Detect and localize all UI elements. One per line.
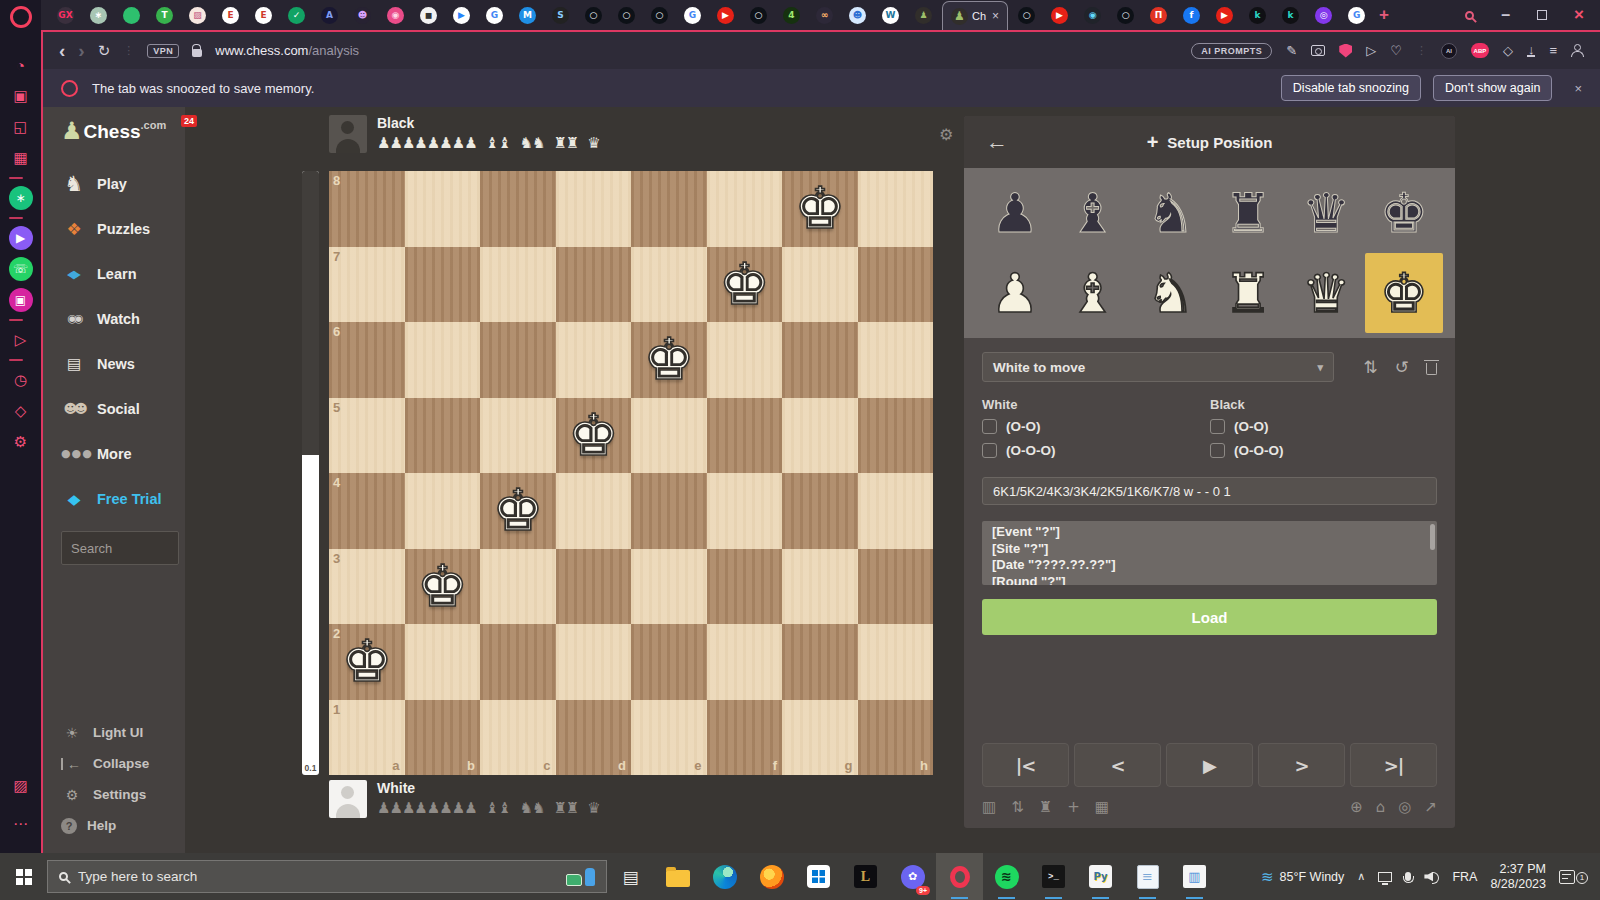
file-label: a: [392, 758, 399, 773]
tab-a[interactable]: A: [313, 0, 346, 30]
tab-e2[interactable]: E: [247, 0, 280, 30]
square-d4[interactable]: [556, 473, 632, 549]
whatsapp-icon[interactable]: ☏: [9, 257, 33, 281]
window-close-button[interactable]: ×: [1574, 5, 1584, 25]
square-e1[interactable]: e: [631, 700, 707, 776]
square-b7[interactable]: [405, 247, 481, 323]
weather-widget[interactable]: ≋85°F Windy: [1261, 868, 1344, 886]
sidebar-item-settings[interactable]: ⚙Settings: [61, 779, 149, 810]
square-c6[interactable]: [480, 322, 556, 398]
taskbar-app-spotify[interactable]: ≋: [983, 853, 1030, 900]
square-h7[interactable]: [858, 247, 934, 323]
tab-check-icon: ✓: [288, 7, 305, 24]
white-castling-label: White: [982, 397, 1210, 412]
square-d1[interactable]: d: [556, 700, 632, 776]
pgn-textarea[interactable]: [Event "?"][Site "?"][Date "????.??.??"]…: [982, 521, 1437, 585]
square-h4[interactable]: [858, 473, 934, 549]
tab-react-icon: ◉: [1084, 7, 1101, 24]
clear-board-trash-icon[interactable]: [1426, 363, 1437, 375]
edge-icon: [713, 865, 737, 889]
tab-gx-games-icon: GX: [57, 7, 74, 24]
captured-group: ♜♜: [553, 799, 578, 817]
captured-group: ♝♝: [486, 799, 511, 817]
messenger-icon[interactable]: ▶: [9, 226, 33, 250]
square-f3[interactable]: [707, 549, 783, 625]
opera-sidebar: ◔▣◱▦∗▶☏▣▷◷◇⚙ ▨⋯: [0, 0, 41, 853]
address-bar[interactable]: www.chess.com/analysis: [215, 43, 359, 58]
extension-cube-icon[interactable]: ◇: [1503, 43, 1513, 58]
nav-next-button[interactable]: >: [1258, 743, 1345, 787]
captured-group: ♞♞: [519, 799, 544, 817]
tab-person[interactable]: ☻: [346, 0, 379, 30]
tab-google[interactable]: G: [478, 0, 511, 30]
square-f5[interactable]: [707, 398, 783, 474]
tab-google3[interactable]: G: [1340, 0, 1373, 30]
tab-chatgpt-icon: ∗: [90, 7, 107, 24]
tab-github2[interactable]: ○: [610, 0, 643, 30]
tab-chesscom-icon: ♟: [915, 7, 932, 24]
square-d5[interactable]: ♚: [556, 398, 632, 474]
tab-t-icon: T: [156, 7, 173, 24]
tab-yt-music-icon: ▶: [1216, 7, 1233, 24]
turn-dropdown[interactable]: White to move ▾: [982, 352, 1334, 382]
pgn-scrollbar[interactable]: [1430, 524, 1435, 550]
flip-board-icon[interactable]: ⇅: [1011, 798, 1024, 816]
square-a1[interactable]: 1a: [329, 700, 405, 776]
sidebar-item-label: Play: [97, 176, 127, 192]
history-icon[interactable]: ◷: [9, 368, 33, 392]
sidebar-item-social[interactable]: ☻☻Social: [61, 386, 185, 431]
square-a7[interactable]: 7: [329, 247, 405, 323]
square-f4[interactable]: [707, 473, 783, 549]
tab-mj[interactable]: M: [511, 0, 544, 30]
square-g8[interactable]: ♚: [782, 171, 858, 247]
sidebar-item-learn[interactable]: ◆Learn: [61, 251, 185, 296]
taskbar-app-opera[interactable]: [936, 853, 983, 900]
square-g3[interactable]: [782, 549, 858, 625]
tab-green-icon: [123, 7, 140, 24]
file-label: e: [694, 758, 701, 773]
palette-black-queen[interactable]: ♛: [1287, 173, 1365, 253]
palette-white-king[interactable]: ♚: [1365, 253, 1443, 333]
taskbar-app-edge[interactable]: [701, 853, 748, 900]
palette-white-bishop[interactable]: ♝: [1054, 253, 1132, 333]
square-h5[interactable]: [858, 398, 934, 474]
tab-wordpress-icon: W: [882, 7, 899, 24]
palette-white-queen[interactable]: ♛: [1287, 253, 1365, 333]
tab-check[interactable]: ✓: [280, 0, 313, 30]
palette-black-bishop[interactable]: ♝: [1054, 173, 1132, 253]
reset-board-icon[interactable]: ↺: [1395, 357, 1409, 377]
palette-black-knight[interactable]: ♞: [1132, 173, 1210, 253]
tab-react[interactable]: ◉: [1076, 0, 1109, 30]
rank-label: 5: [333, 400, 340, 415]
tab-github1[interactable]: ○: [577, 0, 610, 30]
load-button[interactable]: Load: [982, 599, 1437, 635]
sidebar-item-watch[interactable]: ◉◉Watch: [61, 296, 185, 341]
evaluation-black-portion: [302, 171, 319, 455]
tab-dribbble[interactable]: ◉: [379, 0, 412, 30]
black-kingside-checkbox[interactable]: [1210, 419, 1225, 434]
tab-facebook-icon: f: [1183, 7, 1200, 24]
square-e4[interactable]: [631, 473, 707, 549]
white-king[interactable]: ♚: [329, 624, 405, 700]
black-avatar[interactable]: [329, 115, 367, 153]
square-f8[interactable]: [707, 171, 783, 247]
vpn-shield-icon[interactable]: [1339, 44, 1352, 58]
tab-youtube[interactable]: ▶: [709, 0, 742, 30]
tab-chesscom[interactable]: ♟: [907, 0, 940, 30]
palette-white-knight[interactable]: ♞: [1132, 253, 1210, 333]
tab-youtube2-icon: ▶: [1051, 7, 1068, 24]
tab-green[interactable]: [115, 0, 148, 30]
notepad-icon: ≡: [1137, 865, 1159, 889]
fen-input[interactable]: [982, 477, 1437, 505]
tab-github3[interactable]: ○: [643, 0, 676, 30]
square-e3[interactable]: [631, 549, 707, 625]
tab-google-icon: G: [486, 7, 503, 24]
file-label: b: [467, 758, 475, 773]
square-a6[interactable]: 6: [329, 322, 405, 398]
ai-extension-icon[interactable]: AI: [1441, 43, 1457, 59]
black-queenside-checkbox[interactable]: [1210, 443, 1225, 458]
chesscom-logo[interactable]: ♟ Chess .com 24: [61, 119, 185, 145]
watch-icon: ◉◉: [61, 312, 87, 325]
square-h3[interactable]: [858, 549, 934, 625]
square-c1[interactable]: c: [480, 700, 556, 776]
tab-kick1[interactable]: k: [1241, 0, 1274, 30]
disable-tab-snoozing-button[interactable]: Disable tab snoozing: [1281, 75, 1421, 101]
badge: 9+: [916, 886, 930, 895]
square-a2[interactable]: 2♚: [329, 624, 405, 700]
square-b3[interactable]: ♚: [405, 549, 481, 625]
start-button[interactable]: [0, 853, 47, 900]
toolbar-divider: ⋮: [1416, 44, 1427, 57]
square-h1[interactable]: h: [858, 700, 934, 776]
tab-e1[interactable]: E: [214, 0, 247, 30]
clock[interactable]: 2:37 PM8/28/2023: [1490, 862, 1546, 892]
square-d8[interactable]: [556, 171, 632, 247]
tab-github6[interactable]: ○: [1109, 0, 1142, 30]
toolbar-divider: ⋮: [123, 44, 134, 57]
taskbar-app-discord[interactable]: ✿9+: [889, 853, 936, 900]
chess-board[interactable]: 8♚7♚6♚5♚4♚3♚2♚1abcdefgh: [329, 171, 933, 775]
maximize-button[interactable]: [1537, 10, 1547, 20]
tab-github4[interactable]: ○: [742, 0, 775, 30]
free-trial-icon: ◆: [61, 491, 87, 507]
instagram-icon[interactable]: ▣: [9, 288, 33, 312]
reload-button[interactable]: ↻: [98, 42, 111, 60]
opera-logo-icon[interactable]: [10, 6, 32, 28]
panels-icon[interactable]: ≡: [1549, 43, 1557, 58]
favorites-heart-icon[interactable]: ♡: [1390, 43, 1402, 58]
file-label: c: [543, 758, 550, 773]
tab-facebook[interactable]: f: [1175, 0, 1208, 30]
square-a4[interactable]: 4: [329, 473, 405, 549]
nav-last-button[interactable]: >|: [1350, 743, 1437, 787]
taskbar-app-taskmgr[interactable]: ▥: [1171, 853, 1218, 900]
pgn-line: [Site "?"]: [992, 541, 1427, 558]
explorer-icon[interactable]: ⌂: [1376, 798, 1386, 816]
ai-prompts-button[interactable]: AI PROMPTS: [1191, 43, 1272, 59]
zoom-icon[interactable]: ⊕: [1350, 798, 1363, 816]
practice-icon[interactable]: ◎: [1398, 798, 1411, 816]
tab-wordpress[interactable]: W: [874, 0, 907, 30]
taskbar-app-notepad[interactable]: ≡: [1124, 853, 1171, 900]
tab-t[interactable]: T: [148, 0, 181, 30]
white-king[interactable]: ♚: [480, 473, 556, 549]
square-b4[interactable]: [405, 473, 481, 549]
square-d3[interactable]: [556, 549, 632, 625]
file-label: g: [845, 758, 853, 773]
square-d2[interactable]: [556, 624, 632, 700]
back-arrow-icon[interactable]: ←: [986, 129, 1008, 155]
chesscom-pawn-icon: ♟: [951, 8, 968, 25]
square-e6[interactable]: ♚: [631, 322, 707, 398]
discord-icon: ✿: [901, 865, 925, 889]
sidebar-item-label: News: [97, 356, 135, 372]
tab-google2[interactable]: G: [676, 0, 709, 30]
dont-show-again-button[interactable]: Don't show again: [1433, 75, 1553, 101]
profile-icon[interactable]: [1571, 44, 1584, 57]
taskbar-app-python[interactable]: Py: [1077, 853, 1124, 900]
board-editor-icon[interactable]: ▦: [1095, 798, 1109, 816]
search-icon: [59, 872, 68, 881]
square-f7[interactable]: ♚: [707, 247, 783, 323]
white-king[interactable]: ♚: [707, 247, 783, 323]
file-label: h: [920, 758, 928, 773]
learn-icon: ◆: [61, 267, 87, 280]
white-captured-pieces: ♟♟♟♟♟♟♟♟♝♝♞♞♜♜♛: [377, 799, 609, 817]
search-box-art: [566, 868, 595, 886]
square-a5[interactable]: 5: [329, 398, 405, 474]
sidebar-item-collapse[interactable]: ←Collapse: [61, 748, 149, 779]
square-g7[interactable]: [782, 247, 858, 323]
dropdown-caret-icon: ▾: [1317, 361, 1323, 374]
sidebar-item-play[interactable]: ♞Play: [61, 161, 185, 206]
taskmgr-icon: ▥: [1183, 865, 1206, 888]
share-icon[interactable]: ↗: [1424, 798, 1437, 816]
tab-kick1-icon: k: [1249, 7, 1266, 24]
tab-s[interactable]: S: [544, 0, 577, 30]
square-e2[interactable]: [631, 624, 707, 700]
add-icon[interactable]: +: [1067, 798, 1080, 816]
square-b1[interactable]: b: [405, 700, 481, 776]
sidebar-item-label: Collapse: [93, 756, 149, 771]
nav-play-button[interactable]: ▶: [1166, 743, 1253, 787]
square-h2[interactable]: [858, 624, 934, 700]
palette-black-rook[interactable]: ♜: [1209, 173, 1287, 253]
tab-search-icon[interactable]: [1465, 11, 1474, 20]
plus-icon: +: [1147, 131, 1159, 154]
white-kingside-checkbox[interactable]: [982, 419, 997, 434]
square-f1[interactable]: f: [707, 700, 783, 776]
social-icon: ☻☻: [61, 401, 87, 416]
captured-group: ♟♟♟♟♟♟♟♟: [377, 799, 477, 817]
square-g2[interactable]: [782, 624, 858, 700]
square-c3[interactable]: [480, 549, 556, 625]
sidebar-item-news[interactable]: ▤News: [61, 341, 185, 386]
white-king[interactable]: ♚: [782, 171, 858, 247]
tab-person-blue[interactable]: ☻: [841, 0, 874, 30]
sidebar-item-more[interactable]: ●●●More: [61, 431, 185, 476]
send-icon[interactable]: ▷: [1366, 43, 1376, 58]
square-f2[interactable]: [707, 624, 783, 700]
white-avatar[interactable]: [329, 780, 367, 818]
language-indicator[interactable]: FRA: [1452, 870, 1477, 884]
square-b5[interactable]: [405, 398, 481, 474]
square-f6[interactable]: [707, 322, 783, 398]
square-c7[interactable]: [480, 247, 556, 323]
sidebar-item-puzzles[interactable]: ❖Puzzles: [61, 206, 185, 251]
puzzles-icon: ❖: [61, 219, 87, 239]
chatgpt-icon[interactable]: ∗: [9, 186, 33, 210]
minimize-button[interactable]: –: [1501, 6, 1510, 24]
square-c8[interactable]: [480, 171, 556, 247]
back-button[interactable]: ‹: [59, 40, 65, 62]
tab-chatgpt[interactable]: ∗: [82, 0, 115, 30]
taskbar-app-cmd[interactable]: >_: [1030, 853, 1077, 900]
python-icon: Py: [1089, 865, 1112, 888]
tab-gx-games[interactable]: GX: [49, 0, 82, 30]
settings-icon[interactable]: ⚙: [9, 430, 33, 454]
lock-icon: [192, 49, 202, 57]
taskbar-app-store[interactable]: [795, 853, 842, 900]
sidebar-search-input[interactable]: [61, 531, 179, 565]
snooze-close-icon[interactable]: ×: [1574, 81, 1582, 96]
tab-photo[interactable]: ▨: [181, 0, 214, 30]
tab-kick2[interactable]: k: [1274, 0, 1307, 30]
white-king[interactable]: ♚: [405, 549, 481, 625]
black-player-row: Black ♟♟♟♟♟♟♟♟♝♝♞♞♜♜♛: [329, 115, 609, 153]
palette-black-pawn[interactable]: ♟: [976, 173, 1054, 253]
square-a3[interactable]: 3: [329, 549, 405, 625]
square-g4[interactable]: [782, 473, 858, 549]
tab-swirl-icon: ◎: [1315, 7, 1332, 24]
rank-label: 4: [333, 475, 340, 490]
square-c2[interactable]: [480, 624, 556, 700]
sidebar-item-free-trial[interactable]: ◆Free Trial: [61, 476, 185, 521]
nav-first-button[interactable]: |<: [982, 743, 1069, 787]
piece-palette: ♟♝♞♜♛♚ ♟♝♞♜♛♚: [964, 168, 1455, 338]
taskbar-app-firefox[interactable]: [748, 853, 795, 900]
square-g5[interactable]: [782, 398, 858, 474]
palette-white-rook[interactable]: ♜: [1209, 253, 1287, 333]
new-tab-button[interactable]: +: [1379, 5, 1389, 25]
tab-white-box[interactable]: ◼: [412, 0, 445, 30]
hot-tabs-icon[interactable]: ▦: [9, 146, 33, 170]
square-d6[interactable]: [556, 322, 632, 398]
square-c5[interactable]: [480, 398, 556, 474]
tab-github5[interactable]: ○: [1010, 0, 1043, 30]
tab-close-icon[interactable]: ×: [992, 9, 999, 23]
board-settings-gear-icon[interactable]: ⚙: [939, 125, 953, 144]
white-queenside-checkbox[interactable]: [982, 443, 997, 458]
tab-infinity[interactable]: ∞: [808, 0, 841, 30]
network-icon[interactable]: [1378, 872, 1392, 882]
volume-icon[interactable]: [1424, 871, 1439, 883]
square-g6[interactable]: [782, 322, 858, 398]
white-king[interactable]: ♚: [631, 322, 707, 398]
square-e5[interactable]: [631, 398, 707, 474]
white-player-row: White ♟♟♟♟♟♟♟♟♝♝♞♞♜♜♛: [329, 780, 609, 818]
gx-corner-icon[interactable]: ◔: [9, 53, 33, 77]
vpn-badge[interactable]: VPN: [147, 44, 179, 58]
white-king[interactable]: ♚: [556, 398, 632, 474]
captured-group: ♟♟♟♟♟♟♟♟: [377, 134, 477, 152]
play-icon: ♞: [61, 172, 87, 196]
square-a8[interactable]: 8: [329, 171, 405, 247]
snapshot-icon[interactable]: ▨: [9, 774, 33, 798]
rank-label: 6: [333, 324, 340, 339]
square-c4[interactable]: ♚: [480, 473, 556, 549]
tab-mj-icon: M: [519, 7, 536, 24]
square-b6[interactable]: [405, 322, 481, 398]
palette-black-king[interactable]: ♚: [1365, 173, 1443, 253]
flip-board-icon[interactable]: ⇅: [1364, 357, 1378, 377]
sidebar-divider: [9, 177, 23, 179]
square-g1[interactable]: g: [782, 700, 858, 776]
nav-prev-button[interactable]: <: [1074, 743, 1161, 787]
tab-4[interactable]: 4: [775, 0, 808, 30]
sidebar-item-light-ui[interactable]: ☀Light UI: [61, 717, 149, 748]
sidebar-item-label: Social: [97, 401, 140, 417]
rank-label: 3: [333, 551, 340, 566]
tab-a-icon: A: [321, 7, 338, 24]
microphone-icon[interactable]: [1405, 872, 1411, 881]
easy-setup-icon[interactable]: ▣: [9, 84, 33, 108]
twitch-icon[interactable]: ◱: [9, 115, 33, 139]
player-icon[interactable]: ▷: [9, 328, 33, 352]
tab-play[interactable]: ▶: [445, 0, 478, 30]
tab-p[interactable]: П: [1142, 0, 1175, 30]
edit-icon[interactable]: ✎: [1286, 43, 1297, 58]
tab-youtube2[interactable]: ▶: [1043, 0, 1076, 30]
taskbar-app-lol[interactable]: L: [842, 853, 889, 900]
square-b2[interactable]: [405, 624, 481, 700]
sidebar-item-label: Help: [87, 818, 116, 833]
sidebar-item-help[interactable]: ?Help: [61, 810, 149, 841]
tab-yt-music[interactable]: ▶: [1208, 0, 1241, 30]
forward-button[interactable]: ›: [78, 40, 84, 62]
tab-swirl[interactable]: ◎: [1307, 0, 1340, 30]
square-e8[interactable]: [631, 171, 707, 247]
pieces-icon[interactable]: ♜: [1039, 798, 1052, 816]
more-icon[interactable]: ⋯: [9, 812, 33, 836]
palette-white-pawn[interactable]: ♟: [976, 253, 1054, 333]
downloads-icon[interactable]: ↓: [1527, 45, 1536, 57]
taskbar-app-folder[interactable]: [654, 853, 701, 900]
notification-center-icon[interactable]: 1: [1559, 870, 1588, 884]
tray-expand-icon[interactable]: ∧: [1357, 870, 1365, 883]
square-h8[interactable]: [858, 171, 934, 247]
square-h6[interactable]: [858, 322, 934, 398]
file-label: f: [773, 758, 777, 773]
adblock-icon[interactable]: ABP: [1471, 43, 1489, 58]
snapshot-icon[interactable]: [1311, 45, 1325, 56]
lol-icon: L: [854, 865, 877, 888]
taskbar-search[interactable]: Type here to search: [47, 860, 607, 893]
sidebar-item-label: Settings: [93, 787, 146, 802]
square-b8[interactable]: [405, 171, 481, 247]
square-e7[interactable]: [631, 247, 707, 323]
square-d7[interactable]: [556, 247, 632, 323]
evaluation-bar: 0.1: [302, 171, 319, 775]
extensions-icon[interactable]: ◇: [9, 399, 33, 423]
active-tab-chesscom[interactable]: ♟ Ch ×: [942, 1, 1008, 30]
taskbar-app-taskview[interactable]: ▤: [607, 853, 654, 900]
analysis-icon[interactable]: ▥: [982, 798, 996, 816]
